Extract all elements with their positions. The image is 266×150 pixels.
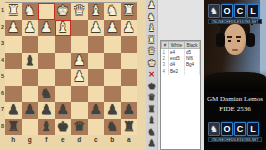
file-label-e: e xyxy=(55,136,72,143)
logo-subtext: ONLINECHESSLESSONS.NET xyxy=(208,19,262,24)
square-a4[interactable] xyxy=(121,53,138,70)
white-rook: ♜ xyxy=(123,3,135,20)
move-cell[interactable] xyxy=(184,68,199,75)
logo-letter-L: L xyxy=(247,4,259,18)
white-pawn: ♟ xyxy=(73,69,85,86)
move-table: #WhiteBlack 1e4d52exd5Nf63d4Bg44Be2 xyxy=(161,41,200,75)
presenter-panel: ♞OCLONLINECHESSLESSONS.NET GM Damian Lem… xyxy=(204,0,266,150)
file-label-a: a xyxy=(121,136,138,143)
piece-palette: ♟♞♝♜♛♚✕♚♛♜♝♞♟ xyxy=(146,0,158,150)
square-f5[interactable] xyxy=(38,69,55,86)
ocl-logo-bottom: ♞OCLONLINECHESSLESSONS.NET xyxy=(208,122,262,142)
square-g5[interactable] xyxy=(22,69,39,86)
logo-letter-O: O xyxy=(221,122,233,136)
square-e5[interactable] xyxy=(55,69,72,86)
black-queen-icon[interactable]: ♛ xyxy=(146,92,157,104)
square-c6[interactable] xyxy=(88,86,105,103)
white-pawn: ♟ xyxy=(106,20,118,37)
square-e1[interactable]: ♚ xyxy=(55,3,72,20)
square-b1[interactable]: ♞ xyxy=(104,3,121,20)
ocl-logo-top: ♞OCLONLINECHESSLESSONS.NET xyxy=(208,4,262,24)
square-c3[interactable] xyxy=(88,36,105,53)
logo-subtext: ONLINECHESSLESSONS.NET xyxy=(208,137,262,142)
file-label-b: b xyxy=(104,136,121,143)
white-rook-icon[interactable]: ♜ xyxy=(146,35,157,47)
square-f2[interactable]: ♟ xyxy=(38,20,55,37)
chess-board-window: 12345678 ♜♞♚♛♝♞♜♟♟♟♝♟♟♟♝♟♟♞♟♟♟♟♟♟♟♜♝♚♛♞♜… xyxy=(0,0,146,150)
file-label-g: g xyxy=(22,136,39,143)
square-g6[interactable] xyxy=(22,86,39,103)
black-knight-icon[interactable]: ♞ xyxy=(146,127,157,139)
square-h7[interactable]: ♟ xyxy=(5,102,22,119)
white-knight: ♞ xyxy=(106,3,118,20)
knight-icon: ♞ xyxy=(208,4,220,18)
square-d5[interactable]: ♟ xyxy=(71,69,88,86)
white-pawn: ♟ xyxy=(7,20,19,37)
square-e3[interactable] xyxy=(55,36,72,53)
logo-letter-O: O xyxy=(221,4,233,18)
square-f4[interactable] xyxy=(38,53,55,70)
square-h4[interactable] xyxy=(5,53,22,70)
black-pawn-icon[interactable]: ♟ xyxy=(146,138,157,150)
black-pawn: ♟ xyxy=(90,102,102,119)
white-pawn: ♟ xyxy=(73,53,85,70)
white-bishop: ♝ xyxy=(90,3,102,20)
move-number: 4 xyxy=(162,68,169,75)
white-knight: ♞ xyxy=(24,3,36,20)
black-king-icon[interactable]: ♚ xyxy=(146,81,157,93)
square-c5[interactable] xyxy=(88,69,105,86)
black-bishop: ♝ xyxy=(24,53,36,70)
presenter-caption: GM Damian Lemos FIDE 2536 xyxy=(204,92,266,114)
square-b8[interactable]: ♞ xyxy=(104,119,121,136)
square-h8[interactable]: ♜ xyxy=(5,119,22,136)
square-a6[interactable] xyxy=(121,86,138,103)
square-h5[interactable] xyxy=(5,69,22,86)
logo-letter-L: L xyxy=(247,122,259,136)
right-eye xyxy=(237,40,240,42)
presenter-rating: FIDE 2536 xyxy=(204,105,266,114)
headphone-right-cup xyxy=(246,33,255,47)
logo-row: ♞OCL xyxy=(208,4,262,18)
black-pawn: ♟ xyxy=(106,102,118,119)
white-pawn: ♟ xyxy=(40,20,52,37)
logo-letter-C: C xyxy=(234,4,246,18)
square-c8[interactable] xyxy=(88,119,105,136)
white-pawn: ♟ xyxy=(90,20,102,37)
square-b3[interactable] xyxy=(104,36,121,53)
square-a8[interactable]: ♜ xyxy=(121,119,138,136)
white-pawn-icon[interactable]: ♟ xyxy=(146,0,157,12)
black-pawn: ♟ xyxy=(57,102,69,119)
black-queen: ♛ xyxy=(73,119,85,136)
black-bishop: ♝ xyxy=(40,119,52,136)
black-pawn: ♟ xyxy=(40,102,52,119)
square-c4[interactable] xyxy=(88,53,105,70)
square-f1[interactable] xyxy=(38,3,55,20)
black-bishop-icon[interactable]: ♝ xyxy=(146,115,157,127)
video-frame: 12345678 ♜♞♚♛♝♞♜♟♟♟♝♟♟♟♝♟♟♞♟♟♟♟♟♟♟♜♝♚♛♞♜… xyxy=(0,0,266,150)
black-knight: ♞ xyxy=(40,86,52,103)
vignette xyxy=(204,70,266,92)
square-f6[interactable]: ♞ xyxy=(38,86,55,103)
square-g4[interactable]: ♝ xyxy=(22,53,39,70)
square-c2[interactable]: ♟ xyxy=(88,20,105,37)
square-a1[interactable]: ♜ xyxy=(121,3,138,20)
white-bishop: ♝ xyxy=(57,20,69,37)
square-e2[interactable]: ♝ xyxy=(55,20,72,37)
clear-square-icon[interactable]: ✕ xyxy=(146,69,157,81)
move-col-num: # xyxy=(162,42,169,49)
file-label-h: h xyxy=(5,136,22,143)
square-f8[interactable]: ♝ xyxy=(38,119,55,136)
white-king-icon[interactable]: ♚ xyxy=(146,58,157,70)
square-g3[interactable] xyxy=(22,36,39,53)
white-pawn: ♟ xyxy=(24,20,36,37)
right-eyebrow xyxy=(236,36,241,38)
square-d7[interactable] xyxy=(71,102,88,119)
knight-icon: ♞ xyxy=(208,122,220,136)
square-a2[interactable]: ♟ xyxy=(121,20,138,37)
white-queen: ♛ xyxy=(73,3,85,20)
square-b4[interactable] xyxy=(104,53,121,70)
square-e4[interactable] xyxy=(55,53,72,70)
left-eyebrow xyxy=(227,36,232,38)
square-d2[interactable] xyxy=(71,20,88,37)
black-rook: ♜ xyxy=(123,119,135,136)
black-pawn: ♟ xyxy=(7,102,19,119)
mouth xyxy=(232,49,238,51)
square-e6[interactable] xyxy=(55,86,72,103)
square-g2[interactable]: ♟ xyxy=(22,20,39,37)
square-b7[interactable]: ♟ xyxy=(104,102,121,119)
black-knight: ♞ xyxy=(106,119,118,136)
square-a7[interactable]: ♟ xyxy=(121,102,138,119)
logo-row: ♞OCL xyxy=(208,122,262,136)
white-queen-icon[interactable]: ♛ xyxy=(146,46,157,58)
presenter-name: GM Damian Lemos xyxy=(204,95,266,104)
square-d3[interactable] xyxy=(71,36,88,53)
square-d4[interactable]: ♟ xyxy=(71,53,88,70)
square-f7[interactable]: ♟ xyxy=(38,102,55,119)
white-knight-icon[interactable]: ♞ xyxy=(146,12,157,24)
square-h2[interactable]: ♟ xyxy=(5,20,22,37)
white-king: ♚ xyxy=(57,3,69,20)
square-b5[interactable] xyxy=(104,69,121,86)
white-rook: ♜ xyxy=(7,3,19,20)
square-c7[interactable]: ♟ xyxy=(88,102,105,119)
black-pawn: ♟ xyxy=(24,102,36,119)
square-b6[interactable] xyxy=(104,86,121,103)
square-h6[interactable] xyxy=(5,86,22,103)
white-pawn: ♟ xyxy=(123,20,135,37)
move-col-black: Black xyxy=(184,42,199,49)
square-g7[interactable]: ♟ xyxy=(22,102,39,119)
move-col-white: White xyxy=(169,42,185,49)
headphone-left-cup xyxy=(216,33,225,47)
file-label-c: c xyxy=(88,136,105,143)
chess-board: ♜♞♚♛♝♞♜♟♟♟♝♟♟♟♝♟♟♞♟♟♟♟♟♟♟♜♝♚♛♞♜ xyxy=(5,2,137,134)
square-h1[interactable]: ♜ xyxy=(5,3,22,20)
square-d6[interactable] xyxy=(71,86,88,103)
square-c1[interactable]: ♝ xyxy=(88,3,105,20)
square-b2[interactable]: ♟ xyxy=(104,20,121,37)
square-h3[interactable] xyxy=(5,36,22,53)
move-list-window: #WhiteBlack 1e4d52exd5Nf63d4Bg44Be2 xyxy=(160,40,201,150)
logo-letter-C: C xyxy=(234,122,246,136)
square-g8[interactable] xyxy=(22,119,39,136)
square-d1[interactable]: ♛ xyxy=(71,3,88,20)
file-labels: hgfedcba xyxy=(5,136,137,143)
black-rook: ♜ xyxy=(7,119,19,136)
square-a3[interactable] xyxy=(121,36,138,53)
file-label-f: f xyxy=(38,136,55,143)
square-a5[interactable] xyxy=(121,69,138,86)
white-bishop-icon[interactable]: ♝ xyxy=(146,23,157,35)
black-king: ♚ xyxy=(57,119,69,136)
black-pawn: ♟ xyxy=(123,102,135,119)
square-f3[interactable] xyxy=(38,36,55,53)
square-e8[interactable]: ♚ xyxy=(55,119,72,136)
move-cell[interactable]: Be2 xyxy=(169,68,185,75)
square-d8[interactable]: ♛ xyxy=(71,119,88,136)
file-label-d: d xyxy=(71,136,88,143)
black-rook-icon[interactable]: ♜ xyxy=(146,104,157,116)
square-e7[interactable]: ♟ xyxy=(55,102,72,119)
left-eye xyxy=(228,40,231,42)
square-g1[interactable]: ♞ xyxy=(22,3,39,20)
move-row: 4Be2 xyxy=(162,68,200,75)
